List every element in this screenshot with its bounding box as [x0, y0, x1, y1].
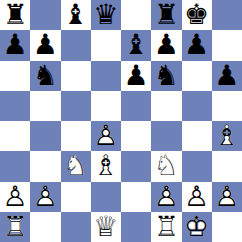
- square-h3[interactable]: [212, 151, 242, 181]
- square-h5[interactable]: [212, 91, 242, 121]
- square-c2[interactable]: [61, 182, 91, 212]
- square-a3[interactable]: [0, 151, 30, 181]
- square-b6[interactable]: ♞: [30, 61, 60, 91]
- piece-black-pawn[interactable]: ♟: [33, 31, 58, 59]
- square-a2[interactable]: ♙: [0, 182, 30, 212]
- square-b8[interactable]: [30, 0, 60, 30]
- square-c8[interactable]: ♝: [61, 0, 91, 30]
- square-d3[interactable]: ♗: [91, 151, 121, 181]
- square-a8[interactable]: ♜: [0, 0, 30, 30]
- piece-black-rook[interactable]: ♜: [3, 1, 28, 29]
- square-c5[interactable]: [61, 91, 91, 121]
- piece-white-pawn[interactable]: ♙: [33, 183, 58, 211]
- piece-black-pawn[interactable]: ♟: [214, 62, 239, 90]
- square-c4[interactable]: [61, 121, 91, 151]
- square-d2[interactable]: [91, 182, 121, 212]
- square-b7[interactable]: ♟: [30, 30, 60, 60]
- square-c1[interactable]: [61, 212, 91, 242]
- square-b1[interactable]: [30, 212, 60, 242]
- piece-black-queen[interactable]: ♛: [93, 1, 118, 29]
- piece-white-bishop[interactable]: ♗: [214, 122, 239, 150]
- square-c7[interactable]: [61, 30, 91, 60]
- square-f4[interactable]: [151, 121, 181, 151]
- piece-black-bishop[interactable]: ♝: [124, 31, 149, 59]
- piece-white-queen[interactable]: ♕: [93, 213, 118, 241]
- square-g1[interactable]: ♔: [182, 212, 212, 242]
- square-f8[interactable]: ♜: [151, 0, 181, 30]
- piece-white-bishop[interactable]: ♗: [93, 152, 118, 180]
- square-e8[interactable]: [121, 0, 151, 30]
- square-f7[interactable]: ♟: [151, 30, 181, 60]
- piece-black-knight[interactable]: ♞: [33, 62, 58, 90]
- piece-black-pawn[interactable]: ♟: [184, 31, 209, 59]
- square-g2[interactable]: ♙: [182, 182, 212, 212]
- square-g4[interactable]: [182, 121, 212, 151]
- square-e1[interactable]: [121, 212, 151, 242]
- square-g8[interactable]: ♚: [182, 0, 212, 30]
- square-a5[interactable]: [0, 91, 30, 121]
- square-e7[interactable]: ♝: [121, 30, 151, 60]
- square-d6[interactable]: [91, 61, 121, 91]
- square-h6[interactable]: ♟: [212, 61, 242, 91]
- square-c3[interactable]: ♘: [61, 151, 91, 181]
- square-g5[interactable]: [182, 91, 212, 121]
- square-b3[interactable]: [30, 151, 60, 181]
- square-b4[interactable]: [30, 121, 60, 151]
- square-f1[interactable]: ♖: [151, 212, 181, 242]
- square-g6[interactable]: [182, 61, 212, 91]
- square-h8[interactable]: [212, 0, 242, 30]
- piece-black-pawn[interactable]: ♟: [154, 31, 179, 59]
- piece-black-rook[interactable]: ♜: [154, 1, 179, 29]
- square-c6[interactable]: [61, 61, 91, 91]
- square-e6[interactable]: ♟: [121, 61, 151, 91]
- square-f6[interactable]: ♞: [151, 61, 181, 91]
- square-h4[interactable]: ♗: [212, 121, 242, 151]
- square-e3[interactable]: [121, 151, 151, 181]
- piece-white-pawn[interactable]: ♙: [3, 183, 28, 211]
- square-a7[interactable]: ♟: [0, 30, 30, 60]
- piece-black-pawn[interactable]: ♟: [3, 31, 28, 59]
- square-a4[interactable]: [0, 121, 30, 151]
- square-d8[interactable]: ♛: [91, 0, 121, 30]
- piece-white-king[interactable]: ♔: [184, 213, 209, 241]
- piece-white-rook[interactable]: ♖: [3, 213, 28, 241]
- square-g7[interactable]: ♟: [182, 30, 212, 60]
- square-f2[interactable]: ♙: [151, 182, 181, 212]
- square-e2[interactable]: [121, 182, 151, 212]
- square-f3[interactable]: ♘: [151, 151, 181, 181]
- piece-white-knight[interactable]: ♘: [154, 152, 179, 180]
- square-a6[interactable]: [0, 61, 30, 91]
- piece-black-bishop[interactable]: ♝: [63, 1, 88, 29]
- piece-black-knight[interactable]: ♞: [154, 62, 179, 90]
- piece-white-rook[interactable]: ♖: [154, 213, 179, 241]
- square-g3[interactable]: [182, 151, 212, 181]
- piece-white-pawn[interactable]: ♙: [154, 183, 179, 211]
- square-b2[interactable]: ♙: [30, 182, 60, 212]
- square-e5[interactable]: [121, 91, 151, 121]
- chess-board: ♜♝♛♜♚♟♟♝♟♟♞♟♞♟♙♗♘♗♘♙♙♙♙♙♖♕♖♔: [0, 0, 242, 242]
- piece-black-pawn[interactable]: ♟: [124, 62, 149, 90]
- piece-black-king[interactable]: ♚: [184, 1, 209, 29]
- square-d5[interactable]: [91, 91, 121, 121]
- square-d1[interactable]: ♕: [91, 212, 121, 242]
- piece-white-pawn[interactable]: ♙: [93, 122, 118, 150]
- square-d7[interactable]: [91, 30, 121, 60]
- square-a1[interactable]: ♖: [0, 212, 30, 242]
- square-h7[interactable]: [212, 30, 242, 60]
- square-h1[interactable]: [212, 212, 242, 242]
- piece-white-pawn[interactable]: ♙: [184, 183, 209, 211]
- square-d4[interactable]: ♙: [91, 121, 121, 151]
- square-f5[interactable]: [151, 91, 181, 121]
- piece-white-pawn[interactable]: ♙: [214, 183, 239, 211]
- square-b5[interactable]: [30, 91, 60, 121]
- square-h2[interactable]: ♙: [212, 182, 242, 212]
- square-e4[interactable]: [121, 121, 151, 151]
- piece-white-knight[interactable]: ♘: [63, 152, 88, 180]
